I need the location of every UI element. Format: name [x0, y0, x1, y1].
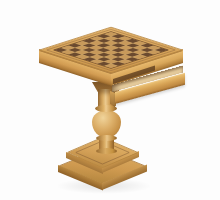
column-collar-ring [95, 105, 117, 112]
column-foot-flare [96, 148, 117, 154]
board-square[interactable] [105, 64, 118, 68]
chess-table-photo [0, 0, 220, 200]
column-lower-ring [96, 135, 117, 141]
column-baluster [92, 110, 121, 138]
